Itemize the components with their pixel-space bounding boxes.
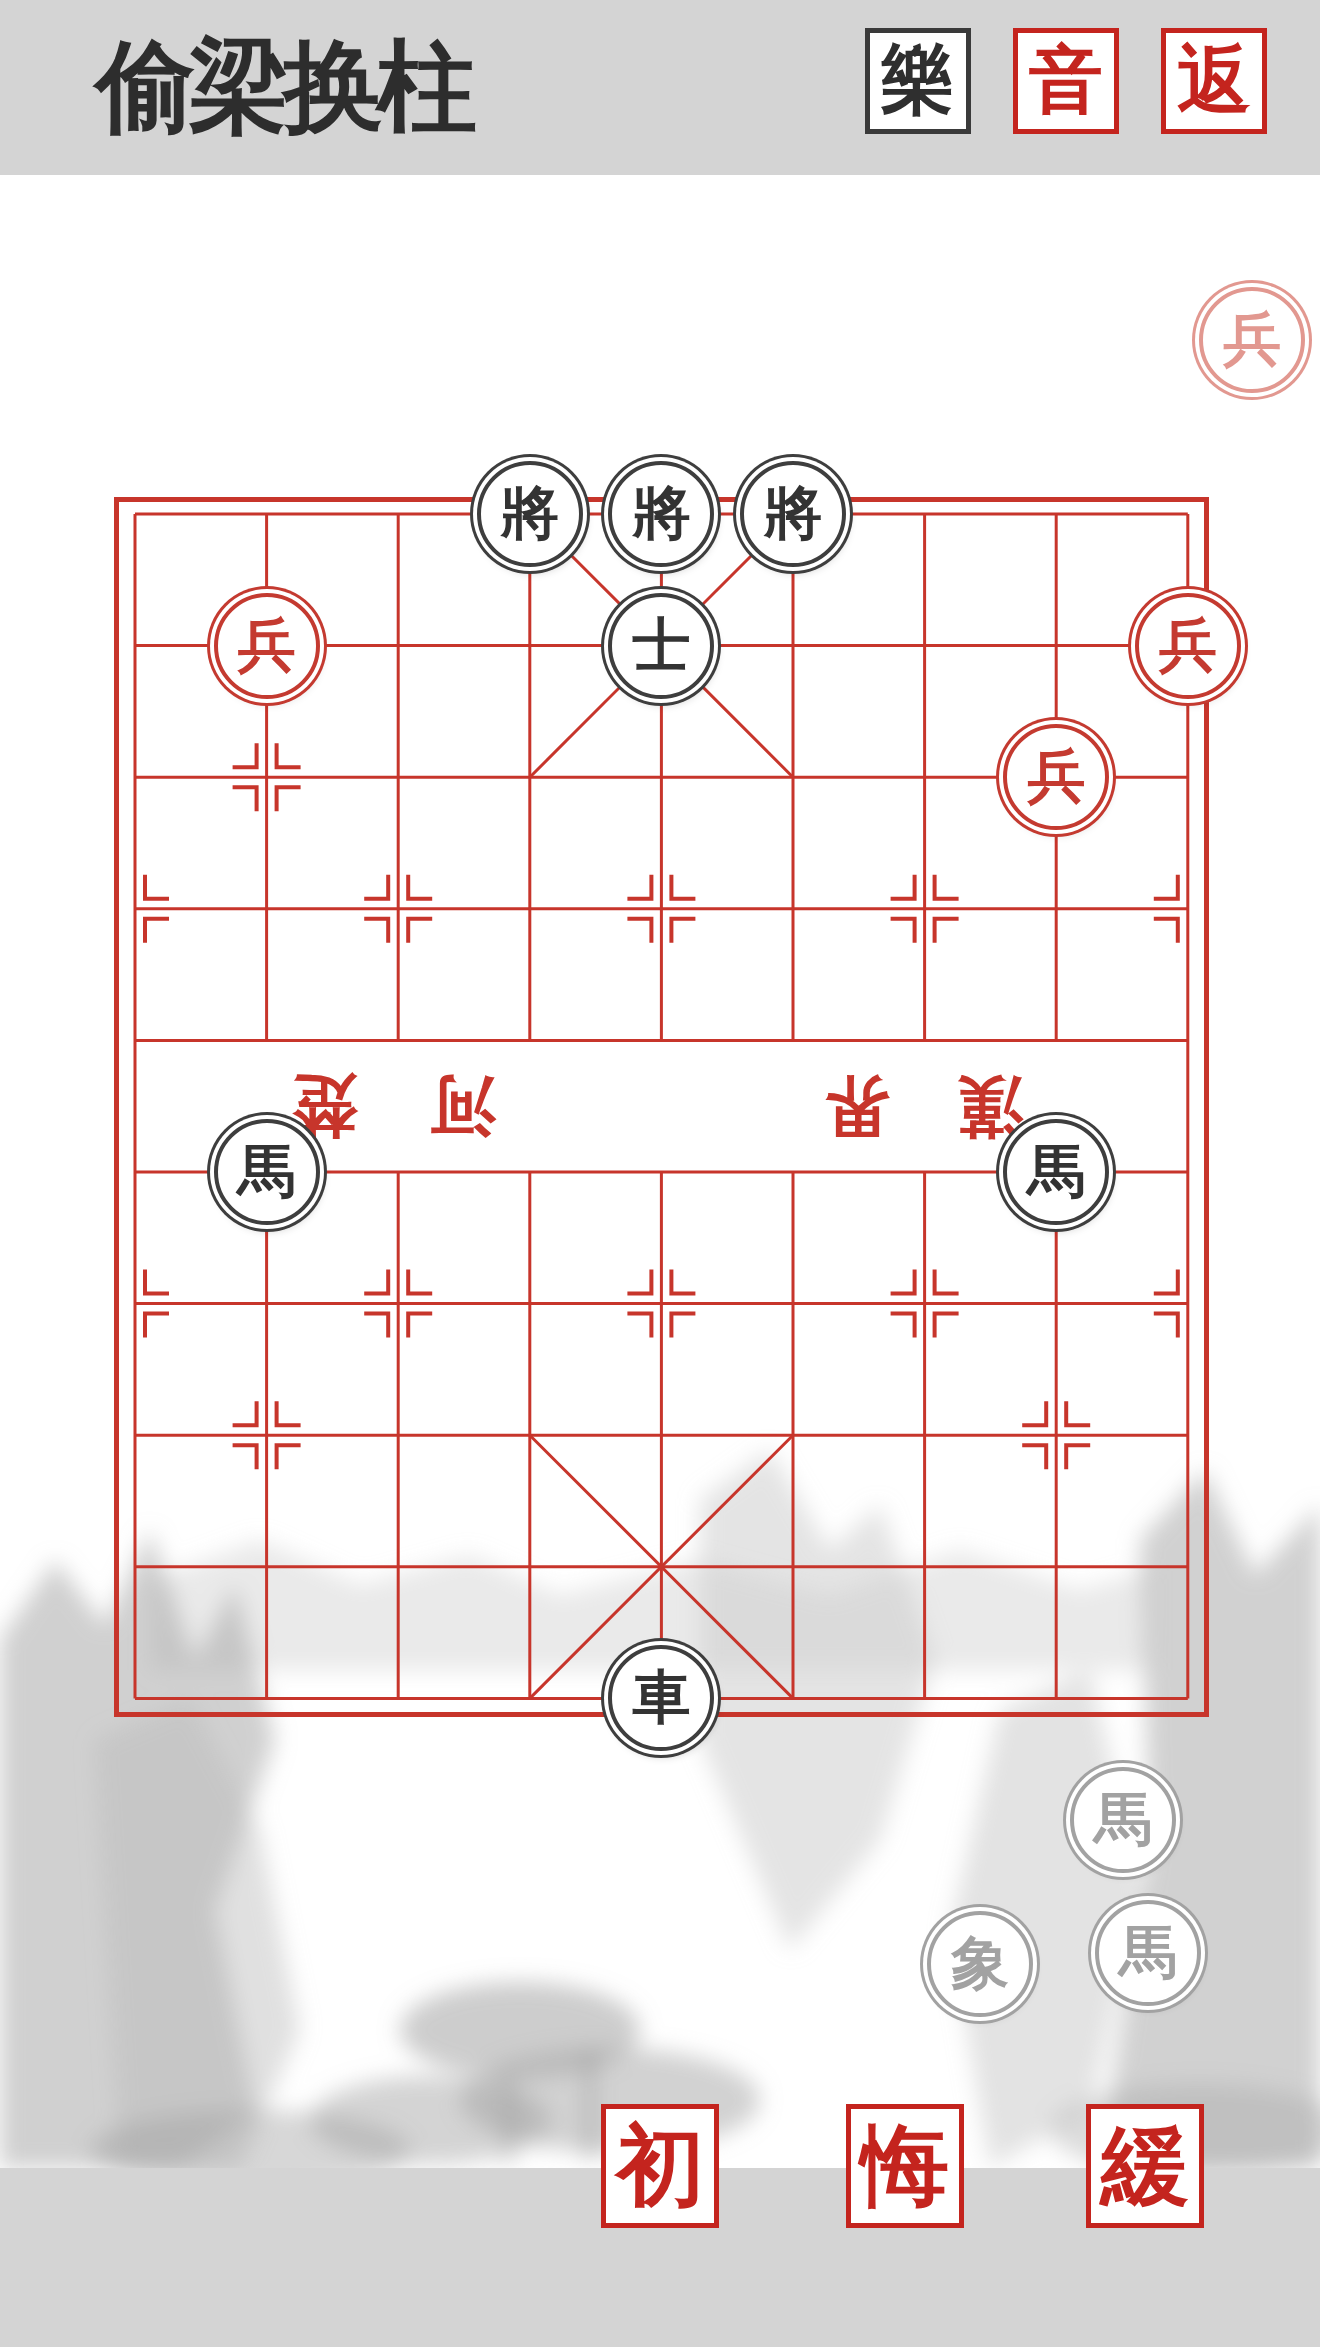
piece-red-soldier[interactable]: 兵: [1135, 593, 1241, 699]
position-marker: [145, 1314, 169, 1338]
position-marker: [627, 875, 651, 899]
piece-black-horse[interactable]: 馬: [1003, 1119, 1109, 1225]
position-marker: [277, 1401, 301, 1425]
position-marker: [233, 1445, 257, 1469]
position-marker: [627, 919, 651, 943]
hint-button[interactable]: 緩: [1086, 2104, 1204, 2228]
piece-black-general[interactable]: 將: [608, 461, 714, 567]
position-marker: [233, 787, 257, 811]
position-marker: [277, 743, 301, 767]
piece-red-soldier[interactable]: 兵: [214, 593, 320, 699]
position-marker: [671, 919, 695, 943]
position-marker: [145, 1270, 169, 1294]
position-marker: [364, 875, 388, 899]
piece-red-soldier-ghost[interactable]: 兵: [1199, 287, 1305, 393]
page-title: 偷梁换柱: [95, 18, 471, 158]
music-button[interactable]: 樂: [865, 28, 971, 134]
position-marker: [408, 919, 432, 943]
position-marker: [891, 875, 915, 899]
xiangqi-board[interactable]: 楚河界漢 將將將士兵兵兵馬馬車: [114, 497, 1209, 1717]
position-marker: [408, 1314, 432, 1338]
position-marker: [145, 919, 169, 943]
position-marker: [1066, 1445, 1090, 1469]
position-marker: [1022, 1445, 1046, 1469]
position-marker: [671, 1314, 695, 1338]
undo-button[interactable]: 悔: [846, 2104, 964, 2228]
position-marker: [1154, 1314, 1178, 1338]
sound-button[interactable]: 音: [1013, 28, 1119, 134]
position-marker: [145, 875, 169, 899]
back-button[interactable]: 返: [1161, 28, 1267, 134]
position-marker: [1154, 1270, 1178, 1294]
restart-button[interactable]: 初: [601, 2104, 719, 2228]
piece-black-advisor[interactable]: 士: [608, 593, 714, 699]
position-marker: [891, 919, 915, 943]
position-marker: [408, 1270, 432, 1294]
piece-black-horse-ghost[interactable]: 馬: [1095, 1900, 1201, 2006]
position-marker: [233, 1401, 257, 1425]
position-marker: [1066, 1401, 1090, 1425]
position-marker: [1154, 875, 1178, 899]
river-text: 漢: [957, 1070, 1024, 1143]
position-marker: [1154, 919, 1178, 943]
position-marker: [364, 1270, 388, 1294]
position-marker: [364, 919, 388, 943]
piece-black-elephant-ghost[interactable]: 象: [927, 1911, 1033, 2017]
piece-black-horse[interactable]: 馬: [214, 1119, 320, 1225]
position-marker: [1022, 1401, 1046, 1425]
piece-black-general[interactable]: 將: [740, 461, 846, 567]
position-marker: [671, 1270, 695, 1294]
position-marker: [364, 1314, 388, 1338]
piece-black-general[interactable]: 將: [477, 461, 583, 567]
position-marker: [935, 919, 959, 943]
position-marker: [277, 1445, 301, 1469]
position-marker: [233, 743, 257, 767]
position-marker: [277, 787, 301, 811]
river-text: 河: [430, 1070, 497, 1143]
river-text: 界: [824, 1070, 890, 1143]
position-marker: [935, 1314, 959, 1338]
position-marker: [627, 1270, 651, 1294]
piece-red-soldier[interactable]: 兵: [1003, 724, 1109, 830]
position-marker: [935, 1270, 959, 1294]
app-screen: 偷梁换柱 樂 音 返 楚河界漢 將將將士兵兵兵馬馬車 兵馬馬象 初 悔 緩: [0, 0, 1320, 2347]
position-marker: [891, 1270, 915, 1294]
piece-black-horse-ghost[interactable]: 馬: [1070, 1767, 1176, 1873]
position-marker: [935, 875, 959, 899]
position-marker: [627, 1314, 651, 1338]
position-marker: [891, 1314, 915, 1338]
position-marker: [671, 875, 695, 899]
position-marker: [408, 875, 432, 899]
